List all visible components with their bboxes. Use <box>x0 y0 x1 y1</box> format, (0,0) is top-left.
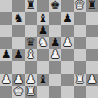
piece-black-bishop: ♝ <box>38 74 48 85</box>
square-e6[interactable] <box>49 25 61 37</box>
square-d7[interactable]: ♝ <box>37 12 49 24</box>
piece-black-rook: ♜ <box>87 0 97 11</box>
square-d2[interactable]: ♝ <box>37 74 49 86</box>
square-a8[interactable] <box>0 0 12 12</box>
square-d4[interactable] <box>37 49 49 61</box>
square-g1[interactable] <box>74 86 86 98</box>
square-b8[interactable] <box>12 0 24 12</box>
piece-white-rook: ♜ <box>25 86 35 97</box>
piece-black-pawn: ♟ <box>38 25 48 36</box>
square-f2[interactable] <box>61 74 73 86</box>
square-c1[interactable]: ♜ <box>25 86 37 98</box>
square-a3[interactable] <box>0 61 12 73</box>
square-c4[interactable]: ♝ <box>25 49 37 61</box>
piece-white-queen: ♛ <box>74 0 84 11</box>
square-h3[interactable] <box>86 61 98 73</box>
square-e7[interactable] <box>49 12 61 24</box>
piece-black-bishop: ♝ <box>38 12 48 23</box>
square-c5[interactable]: ♛ <box>25 37 37 49</box>
piece-white-pawn: ♟ <box>62 37 72 48</box>
square-e1[interactable] <box>49 86 61 98</box>
chess-board: ♜♚♛♜♞♝♟♟♛♞♟♟♟♟♝♟♟♟♟♝♜♟♚♜ <box>0 0 98 98</box>
square-f4[interactable] <box>61 49 73 61</box>
square-g3[interactable] <box>74 61 86 73</box>
square-b7[interactable]: ♞ <box>12 12 24 24</box>
piece-white-bishop: ♝ <box>25 49 35 60</box>
piece-black-pawn: ♟ <box>13 49 23 60</box>
square-g7[interactable] <box>74 12 86 24</box>
square-a2[interactable]: ♟ <box>0 74 12 86</box>
square-h4[interactable] <box>86 49 98 61</box>
square-c2[interactable]: ♟ <box>25 74 37 86</box>
piece-black-pawn: ♟ <box>50 37 60 48</box>
square-b2[interactable]: ♟ <box>12 74 24 86</box>
square-f6[interactable] <box>61 25 73 37</box>
square-g6[interactable] <box>74 25 86 37</box>
square-a7[interactable] <box>0 12 12 24</box>
piece-black-knight: ♞ <box>13 12 23 23</box>
square-e4[interactable]: ♟ <box>49 49 61 61</box>
square-a6[interactable] <box>0 25 12 37</box>
square-c7[interactable] <box>25 12 37 24</box>
square-b1[interactable]: ♚ <box>12 86 24 98</box>
square-h6[interactable] <box>86 25 98 37</box>
square-a5[interactable] <box>0 37 12 49</box>
square-b4[interactable]: ♟ <box>12 49 24 61</box>
piece-white-rook: ♜ <box>74 74 84 85</box>
square-f3[interactable] <box>61 61 73 73</box>
square-a4[interactable]: ♟ <box>0 49 12 61</box>
piece-white-pawn: ♟ <box>13 74 23 85</box>
piece-white-knight: ♞ <box>38 37 48 48</box>
square-g5[interactable] <box>74 37 86 49</box>
square-e3[interactable] <box>49 61 61 73</box>
square-e2[interactable] <box>49 74 61 86</box>
piece-black-pawn: ♟ <box>62 12 72 23</box>
square-a1[interactable] <box>0 86 12 98</box>
piece-black-pawn: ♟ <box>1 49 11 60</box>
square-e5[interactable]: ♟ <box>49 37 61 49</box>
square-h8[interactable]: ♜ <box>86 0 98 12</box>
square-d8[interactable] <box>37 0 49 12</box>
square-g8[interactable]: ♛ <box>74 0 86 12</box>
piece-black-rook: ♜ <box>25 0 35 11</box>
piece-black-queen: ♛ <box>25 37 35 48</box>
square-c8[interactable]: ♜ <box>25 0 37 12</box>
square-d1[interactable] <box>37 86 49 98</box>
piece-white-pawn: ♟ <box>50 49 60 60</box>
square-g2[interactable]: ♜ <box>74 74 86 86</box>
square-f5[interactable]: ♟ <box>61 37 73 49</box>
square-h7[interactable] <box>86 12 98 24</box>
piece-white-pawn: ♟ <box>87 74 97 85</box>
piece-white-king: ♚ <box>13 86 23 97</box>
square-d6[interactable]: ♟ <box>37 25 49 37</box>
square-b3[interactable] <box>12 61 24 73</box>
square-h2[interactable]: ♟ <box>86 74 98 86</box>
square-f8[interactable] <box>61 0 73 12</box>
square-d5[interactable]: ♞ <box>37 37 49 49</box>
square-e8[interactable]: ♚ <box>49 0 61 12</box>
square-g4[interactable] <box>74 49 86 61</box>
square-h1[interactable] <box>86 86 98 98</box>
piece-black-king: ♚ <box>50 0 60 11</box>
square-f1[interactable] <box>61 86 73 98</box>
square-c6[interactable] <box>25 25 37 37</box>
square-d3[interactable] <box>37 61 49 73</box>
square-b5[interactable] <box>12 37 24 49</box>
square-c3[interactable] <box>25 61 37 73</box>
piece-white-pawn: ♟ <box>1 74 11 85</box>
square-h5[interactable] <box>86 37 98 49</box>
square-b6[interactable] <box>12 25 24 37</box>
piece-white-pawn: ♟ <box>25 74 35 85</box>
square-f7[interactable]: ♟ <box>61 12 73 24</box>
